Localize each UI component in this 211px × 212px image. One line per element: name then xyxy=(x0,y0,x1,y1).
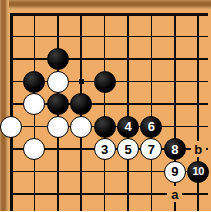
black-stone xyxy=(47,48,69,70)
move-number: 4 xyxy=(124,120,131,133)
board-left-edge xyxy=(0,0,9,211)
move-number: 3 xyxy=(101,143,108,156)
black-stone xyxy=(94,116,116,138)
point-label-b: b xyxy=(191,141,206,157)
white-stone xyxy=(70,116,92,138)
black-stone-move-10: 10 xyxy=(187,161,209,183)
move-number: 6 xyxy=(148,120,155,133)
vertical-line xyxy=(127,13,129,212)
white-stone xyxy=(47,116,69,138)
vertical-line xyxy=(104,13,106,212)
black-stone xyxy=(94,71,116,93)
white-stone xyxy=(0,116,22,138)
black-stone-move-8: 8 xyxy=(164,138,186,160)
star-point xyxy=(79,79,84,84)
move-number: 9 xyxy=(171,165,178,178)
move-number: 10 xyxy=(193,166,204,177)
black-stone xyxy=(23,71,45,93)
horizontal-line xyxy=(10,13,209,16)
black-stone-move-4: 4 xyxy=(117,116,139,138)
move-number: 5 xyxy=(124,143,131,156)
horizontal-line xyxy=(10,36,209,38)
board-top-edge xyxy=(0,0,211,10)
white-stone-move-9: 9 xyxy=(164,161,186,183)
vertical-line xyxy=(151,13,153,212)
white-stone-move-5: 5 xyxy=(117,138,139,160)
move-number: 8 xyxy=(171,143,178,156)
go-board-diagram: 463578910ab xyxy=(0,0,211,211)
black-stone-move-6: 6 xyxy=(140,116,162,138)
point-label-a: a xyxy=(167,186,182,202)
white-stone xyxy=(47,71,69,93)
vertical-line xyxy=(10,13,13,212)
horizontal-line xyxy=(10,58,209,60)
black-stone xyxy=(47,93,69,115)
white-stone-move-3: 3 xyxy=(94,138,116,160)
move-number: 7 xyxy=(148,143,155,156)
